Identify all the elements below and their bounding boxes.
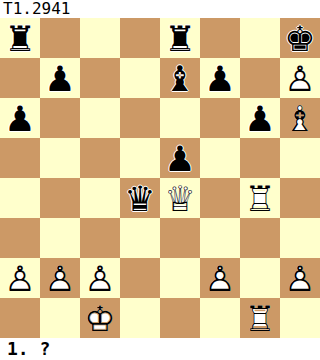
square-g1[interactable]: ♜♖ [240, 298, 280, 338]
puzzle-id: T1.2941 [0, 0, 320, 18]
square-a8[interactable]: ♜ [0, 18, 40, 58]
square-d2[interactable] [120, 258, 160, 298]
chess-board: ♜♜♚♟♝♟♟♙♟♟♝♗♟♛♛♕♜♖♟♙♟♙♟♙♟♙♟♙♚♔♜♖ [0, 18, 320, 338]
black-king[interactable]: ♚ [280, 18, 320, 58]
piece-outline: ♙ [280, 58, 320, 98]
square-e2[interactable] [160, 258, 200, 298]
square-h4[interactable] [280, 178, 320, 218]
piece-outline: ♙ [0, 258, 40, 298]
square-d4[interactable]: ♛ [120, 178, 160, 218]
square-e6[interactable] [160, 98, 200, 138]
square-e7[interactable]: ♝ [160, 58, 200, 98]
square-c1[interactable]: ♚♔ [80, 298, 120, 338]
square-h2[interactable]: ♟♙ [280, 258, 320, 298]
white-pawn[interactable]: ♟♙ [80, 258, 120, 298]
square-f8[interactable] [200, 18, 240, 58]
piece-outline: ♕ [160, 178, 200, 218]
piece-outline: ♖ [240, 298, 280, 338]
square-b6[interactable] [40, 98, 80, 138]
square-h3[interactable] [280, 218, 320, 258]
square-d3[interactable] [120, 218, 160, 258]
square-g8[interactable] [240, 18, 280, 58]
square-b4[interactable] [40, 178, 80, 218]
square-f1[interactable] [200, 298, 240, 338]
white-pawn[interactable]: ♟♙ [200, 258, 240, 298]
square-f4[interactable] [200, 178, 240, 218]
white-pawn[interactable]: ♟♙ [280, 58, 320, 98]
black-rook[interactable]: ♜ [0, 18, 40, 58]
square-b8[interactable] [40, 18, 80, 58]
square-d1[interactable] [120, 298, 160, 338]
square-b7[interactable]: ♟ [40, 58, 80, 98]
square-f7[interactable]: ♟ [200, 58, 240, 98]
square-g6[interactable]: ♟ [240, 98, 280, 138]
square-a3[interactable] [0, 218, 40, 258]
square-c7[interactable] [80, 58, 120, 98]
piece-outline: ♙ [40, 258, 80, 298]
square-a1[interactable] [0, 298, 40, 338]
white-pawn[interactable]: ♟♙ [0, 258, 40, 298]
square-c5[interactable] [80, 138, 120, 178]
square-f3[interactable] [200, 218, 240, 258]
black-pawn[interactable]: ♟ [200, 58, 240, 98]
square-e4[interactable]: ♛♕ [160, 178, 200, 218]
square-g3[interactable] [240, 218, 280, 258]
square-b2[interactable]: ♟♙ [40, 258, 80, 298]
square-h1[interactable] [280, 298, 320, 338]
square-c8[interactable] [80, 18, 120, 58]
white-bishop[interactable]: ♝♗ [280, 98, 320, 138]
white-pawn[interactable]: ♟♙ [40, 258, 80, 298]
square-d7[interactable] [120, 58, 160, 98]
white-pawn[interactable]: ♟♙ [280, 258, 320, 298]
square-b5[interactable] [40, 138, 80, 178]
square-a4[interactable] [0, 178, 40, 218]
square-g5[interactable] [240, 138, 280, 178]
square-f6[interactable] [200, 98, 240, 138]
square-a7[interactable] [0, 58, 40, 98]
white-king[interactable]: ♚♔ [80, 298, 120, 338]
piece-outline: ♙ [200, 258, 240, 298]
square-f5[interactable] [200, 138, 240, 178]
square-g2[interactable] [240, 258, 280, 298]
square-h5[interactable] [280, 138, 320, 178]
chess-puzzle-app: T1.2941 ♜♜♚♟♝♟♟♙♟♟♝♗♟♛♛♕♜♖♟♙♟♙♟♙♟♙♟♙♚♔♜♖… [0, 0, 320, 360]
move-prompt: 1. ? [0, 338, 320, 360]
black-pawn[interactable]: ♟ [240, 98, 280, 138]
square-e8[interactable]: ♜ [160, 18, 200, 58]
piece-outline: ♖ [240, 178, 280, 218]
square-g7[interactable] [240, 58, 280, 98]
square-f2[interactable]: ♟♙ [200, 258, 240, 298]
square-h8[interactable]: ♚ [280, 18, 320, 58]
square-c2[interactable]: ♟♙ [80, 258, 120, 298]
square-d6[interactable] [120, 98, 160, 138]
black-rook[interactable]: ♜ [160, 18, 200, 58]
square-a5[interactable] [0, 138, 40, 178]
square-d8[interactable] [120, 18, 160, 58]
white-rook[interactable]: ♜♖ [240, 298, 280, 338]
square-g4[interactable]: ♜♖ [240, 178, 280, 218]
piece-outline: ♗ [280, 98, 320, 138]
piece-outline: ♔ [80, 298, 120, 338]
square-b3[interactable] [40, 218, 80, 258]
black-pawn[interactable]: ♟ [0, 98, 40, 138]
square-e1[interactable] [160, 298, 200, 338]
black-pawn[interactable]: ♟ [40, 58, 80, 98]
square-e5[interactable]: ♟ [160, 138, 200, 178]
white-queen[interactable]: ♛♕ [160, 178, 200, 218]
square-h6[interactable]: ♝♗ [280, 98, 320, 138]
piece-outline: ♙ [280, 258, 320, 298]
square-b1[interactable] [40, 298, 80, 338]
square-e3[interactable] [160, 218, 200, 258]
square-c6[interactable] [80, 98, 120, 138]
black-queen[interactable]: ♛ [120, 178, 160, 218]
square-d5[interactable] [120, 138, 160, 178]
square-c3[interactable] [80, 218, 120, 258]
square-a2[interactable]: ♟♙ [0, 258, 40, 298]
white-rook[interactable]: ♜♖ [240, 178, 280, 218]
black-bishop[interactable]: ♝ [160, 58, 200, 98]
square-c4[interactable] [80, 178, 120, 218]
square-a6[interactable]: ♟ [0, 98, 40, 138]
piece-outline: ♙ [80, 258, 120, 298]
square-h7[interactable]: ♟♙ [280, 58, 320, 98]
black-pawn[interactable]: ♟ [160, 138, 200, 178]
